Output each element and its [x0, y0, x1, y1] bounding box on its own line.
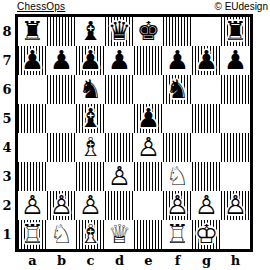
black-pawn-h7: ♟: [221, 46, 250, 75]
black-bishop-c5: ♝: [76, 104, 105, 133]
square-c4: ♝♗: [76, 133, 105, 162]
white-pawn-f2: ♟♙: [163, 191, 192, 220]
black-pawn-e5: ♟: [134, 104, 163, 133]
square-a5: [18, 104, 47, 133]
chessops-page: ChessOps © EUdesign 87654321 ♜♝♛♚♜♟♟♟♟♟♟…: [0, 0, 270, 270]
square-f2: ♟♙: [163, 191, 192, 220]
file-label-c: c: [76, 253, 105, 268]
square-b2: ♟♙: [47, 191, 76, 220]
square-b8: [47, 17, 76, 46]
square-f5: [163, 104, 192, 133]
square-h4: [221, 133, 250, 162]
square-c8: ♝: [76, 17, 105, 46]
file-label-g: g: [192, 253, 221, 268]
square-a4: [18, 133, 47, 162]
square-h2: ♟♙: [221, 191, 250, 220]
rank-label-1: 1: [0, 220, 14, 249]
file-label-e: e: [134, 253, 163, 268]
rank-labels: 87654321: [0, 17, 14, 249]
white-king-g1: ♚♔: [192, 220, 221, 249]
square-a3: [18, 162, 47, 191]
square-c5: ♝: [76, 104, 105, 133]
rank-label-8: 8: [0, 17, 14, 46]
rank-label-5: 5: [0, 104, 14, 133]
file-label-h: h: [221, 253, 250, 268]
chess-board: ♜♝♛♚♜♟♟♟♟♟♟♟♞♞♝♟♝♗♟♙♟♙♞♘♟♙♟♙♟♙♟♙♟♙♟♙♜♖♞♘…: [15, 14, 253, 252]
square-d6: [105, 75, 134, 104]
square-e8: ♚: [134, 17, 163, 46]
black-pawn-b7: ♟: [47, 46, 76, 75]
file-label-f: f: [163, 253, 192, 268]
square-f4: [163, 133, 192, 162]
square-a8: ♜: [18, 17, 47, 46]
file-label-d: d: [105, 253, 134, 268]
black-bishop-c8: ♝: [76, 17, 105, 46]
square-d2: [105, 191, 134, 220]
square-g3: [192, 162, 221, 191]
black-king-e8: ♚: [134, 17, 163, 46]
square-a6: [18, 75, 47, 104]
square-e6: [134, 75, 163, 104]
square-h1: [221, 220, 250, 249]
rank-label-2: 2: [0, 191, 14, 220]
black-queen-d8: ♛: [105, 17, 134, 46]
white-rook-f1: ♜♖: [163, 220, 192, 249]
square-e2: [134, 191, 163, 220]
rank-label-3: 3: [0, 162, 14, 191]
white-pawn-b2: ♟♙: [47, 191, 76, 220]
square-h6: [221, 75, 250, 104]
white-pawn-d3: ♟♙: [105, 162, 134, 191]
square-d4: [105, 133, 134, 162]
square-h7: ♟: [221, 46, 250, 75]
square-e3: [134, 162, 163, 191]
square-h8: ♜: [221, 17, 250, 46]
square-g7: ♟: [192, 46, 221, 75]
square-g5: [192, 104, 221, 133]
white-knight-f3: ♞♘: [163, 162, 192, 191]
square-g2: ♟♙: [192, 191, 221, 220]
square-g6: [192, 75, 221, 104]
rank-label-6: 6: [0, 75, 14, 104]
square-f3: ♞♘: [163, 162, 192, 191]
black-pawn-g7: ♟: [192, 46, 221, 75]
square-c2: ♟♙: [76, 191, 105, 220]
square-a7: ♟: [18, 46, 47, 75]
square-e5: ♟: [134, 104, 163, 133]
white-rook-a1: ♜♖: [18, 220, 47, 249]
square-a2: ♟♙: [18, 191, 47, 220]
square-b5: [47, 104, 76, 133]
square-b1: ♞♘: [47, 220, 76, 249]
black-rook-a8: ♜: [18, 17, 47, 46]
black-pawn-a7: ♟: [18, 46, 47, 75]
black-pawn-f7: ♟: [163, 46, 192, 75]
square-d7: ♟: [105, 46, 134, 75]
app-title: ChessOps: [17, 1, 65, 12]
square-c7: ♟: [76, 46, 105, 75]
square-h3: [221, 162, 250, 191]
square-d1: ♛♕: [105, 220, 134, 249]
square-c1: ♝♗: [76, 220, 105, 249]
square-g4: [192, 133, 221, 162]
square-b7: ♟: [47, 46, 76, 75]
square-g1: ♚♔: [192, 220, 221, 249]
square-f8: [163, 17, 192, 46]
square-b4: [47, 133, 76, 162]
white-pawn-g2: ♟♙: [192, 191, 221, 220]
white-pawn-h2: ♟♙: [221, 191, 250, 220]
white-bishop-c4: ♝♗: [76, 133, 105, 162]
square-d8: ♛: [105, 17, 134, 46]
square-b6: [47, 75, 76, 104]
square-c3: [76, 162, 105, 191]
black-knight-c6: ♞: [76, 75, 105, 104]
file-label-a: a: [18, 253, 47, 268]
rank-label-7: 7: [0, 46, 14, 75]
square-d3: ♟♙: [105, 162, 134, 191]
black-pawn-c7: ♟: [76, 46, 105, 75]
square-f1: ♜♖: [163, 220, 192, 249]
square-h5: [221, 104, 250, 133]
credit-text: © EUdesign: [214, 1, 268, 12]
square-e7: [134, 46, 163, 75]
black-knight-f6: ♞: [163, 75, 192, 104]
square-f7: ♟: [163, 46, 192, 75]
white-knight-b1: ♞♘: [47, 220, 76, 249]
black-rook-h8: ♜: [221, 17, 250, 46]
white-pawn-a2: ♟♙: [18, 191, 47, 220]
file-labels: abcdefgh: [18, 253, 250, 268]
square-g8: [192, 17, 221, 46]
square-b3: [47, 162, 76, 191]
rank-label-4: 4: [0, 133, 14, 162]
square-a1: ♜♖: [18, 220, 47, 249]
white-queen-d1: ♛♕: [105, 220, 134, 249]
white-pawn-c2: ♟♙: [76, 191, 105, 220]
square-e4: ♟♙: [134, 133, 163, 162]
square-e1: [134, 220, 163, 249]
file-label-b: b: [47, 253, 76, 268]
square-d5: [105, 104, 134, 133]
white-pawn-e4: ♟♙: [134, 133, 163, 162]
square-c6: ♞: [76, 75, 105, 104]
white-bishop-c1: ♝♗: [76, 220, 105, 249]
black-pawn-d7: ♟: [105, 46, 134, 75]
square-f6: ♞: [163, 75, 192, 104]
